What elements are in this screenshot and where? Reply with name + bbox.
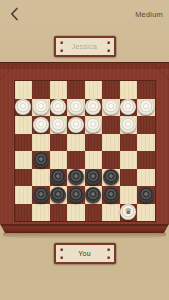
square-r6c7[interactable] [137, 186, 155, 204]
back-chevron-icon [10, 7, 19, 21]
square-r7c4[interactable] [85, 204, 103, 222]
square-r2c6[interactable] [120, 116, 138, 134]
square-r3c7[interactable] [137, 134, 155, 152]
square-r1c6[interactable] [120, 99, 138, 117]
square-r6c1[interactable] [32, 186, 50, 204]
square-r6c5[interactable] [102, 186, 120, 204]
white-man[interactable] [120, 117, 136, 133]
square-r0c0[interactable] [15, 81, 33, 99]
square-r5c3[interactable] [67, 169, 85, 187]
black-man[interactable] [33, 152, 49, 168]
rivet-icon [107, 41, 110, 44]
black-man[interactable] [85, 187, 101, 203]
square-r6c2[interactable] [50, 186, 68, 204]
square-r3c6[interactable] [120, 134, 138, 152]
white-man[interactable] [33, 99, 49, 115]
white-man[interactable] [68, 117, 84, 133]
square-r0c4[interactable] [85, 81, 103, 99]
square-r4c7[interactable] [137, 151, 155, 169]
square-r5c1[interactable] [32, 169, 50, 187]
black-man[interactable] [68, 187, 84, 203]
white-man[interactable] [33, 117, 49, 133]
checkers-app-screen: Medium Jessica ♛ You [0, 0, 169, 300]
square-r1c7[interactable] [137, 99, 155, 117]
square-r4c1[interactable] [32, 151, 50, 169]
white-king[interactable]: ♛ [120, 204, 136, 220]
square-r1c1[interactable] [32, 99, 50, 117]
square-r0c6[interactable] [120, 81, 138, 99]
square-r5c7[interactable] [137, 169, 155, 187]
player-plate: You [54, 243, 116, 264]
square-r1c2[interactable] [50, 99, 68, 117]
square-r7c7[interactable] [137, 204, 155, 222]
black-man[interactable] [103, 169, 119, 185]
board-frame: ♛ [0, 62, 169, 224]
back-button[interactable] [6, 5, 22, 23]
square-r2c1[interactable] [32, 116, 50, 134]
square-r7c2[interactable] [50, 204, 68, 222]
white-man[interactable] [50, 99, 66, 115]
white-man[interactable] [138, 99, 154, 115]
black-man[interactable] [50, 169, 66, 185]
board-shadow [3, 233, 166, 239]
player-name: You [78, 250, 91, 257]
rivet-icon [60, 256, 63, 259]
square-r4c2[interactable] [50, 151, 68, 169]
square-r2c3[interactable] [67, 116, 85, 134]
square-r3c3[interactable] [67, 134, 85, 152]
square-r4c5[interactable] [102, 151, 120, 169]
square-r1c0[interactable] [15, 99, 33, 117]
black-man[interactable] [85, 169, 101, 185]
rivet-icon [107, 256, 110, 259]
rivet-icon [60, 49, 63, 52]
square-r7c6[interactable]: ♛ [120, 204, 138, 222]
square-r2c7[interactable] [137, 116, 155, 134]
square-r7c1[interactable] [32, 204, 50, 222]
white-man[interactable] [68, 99, 84, 115]
opponent-plate: Jessica [54, 36, 116, 57]
difficulty-label: Medium [135, 10, 163, 19]
square-r1c4[interactable] [85, 99, 103, 117]
square-r0c5[interactable] [102, 81, 120, 99]
square-r3c5[interactable] [102, 134, 120, 152]
square-r2c0[interactable] [15, 116, 33, 134]
square-r7c0[interactable] [15, 204, 33, 222]
rivet-icon [60, 41, 63, 44]
square-r4c4[interactable] [85, 151, 103, 169]
white-man[interactable] [50, 117, 66, 133]
square-r1c5[interactable] [102, 99, 120, 117]
square-r0c1[interactable] [32, 81, 50, 99]
square-r5c6[interactable] [120, 169, 138, 187]
crown-icon: ♛ [125, 208, 132, 216]
square-r3c1[interactable] [32, 134, 50, 152]
square-r6c0[interactable] [15, 186, 33, 204]
square-r6c4[interactable] [85, 186, 103, 204]
rivet-icon [107, 248, 110, 251]
square-r6c3[interactable] [67, 186, 85, 204]
square-r5c5[interactable] [102, 169, 120, 187]
square-r3c4[interactable] [85, 134, 103, 152]
square-r5c2[interactable] [50, 169, 68, 187]
square-r0c3[interactable] [67, 81, 85, 99]
board-grid: ♛ [15, 81, 155, 221]
black-man[interactable] [103, 187, 119, 203]
top-bar: Medium [0, 0, 169, 26]
square-r2c5[interactable] [102, 116, 120, 134]
white-man[interactable] [103, 99, 119, 115]
square-r0c7[interactable] [137, 81, 155, 99]
rivet-icon [107, 49, 110, 52]
square-r7c3[interactable] [67, 204, 85, 222]
square-r4c6[interactable] [120, 151, 138, 169]
black-man[interactable] [50, 187, 66, 203]
white-man[interactable] [120, 99, 136, 115]
square-r2c4[interactable] [85, 116, 103, 134]
square-r2c2[interactable] [50, 116, 68, 134]
black-man[interactable] [33, 187, 49, 203]
black-man[interactable] [68, 169, 84, 185]
white-man[interactable] [85, 99, 101, 115]
square-r0c2[interactable] [50, 81, 68, 99]
square-r4c0[interactable] [15, 151, 33, 169]
board-frame-edge [0, 224, 169, 233]
black-man[interactable] [138, 187, 154, 203]
square-r3c0[interactable] [15, 134, 33, 152]
rivet-icon [60, 248, 63, 251]
square-r4c3[interactable] [67, 151, 85, 169]
square-r6c6[interactable] [120, 186, 138, 204]
square-r1c3[interactable] [67, 99, 85, 117]
white-man[interactable] [85, 117, 101, 133]
square-r7c5[interactable] [102, 204, 120, 222]
square-r3c2[interactable] [50, 134, 68, 152]
square-r5c0[interactable] [15, 169, 33, 187]
opponent-name: Jessica [72, 43, 97, 50]
white-man[interactable] [15, 99, 31, 115]
square-r5c4[interactable] [85, 169, 103, 187]
